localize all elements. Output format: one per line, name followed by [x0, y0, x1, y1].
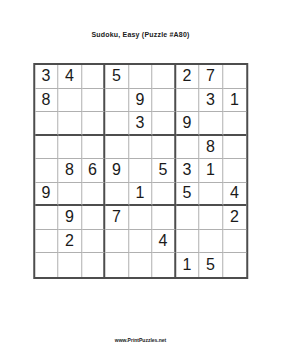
cell-r7c9[interactable]: 2 [223, 206, 247, 230]
cell-r3c5[interactable]: 3 [129, 112, 153, 136]
cell-r4c4[interactable] [105, 136, 129, 160]
cell-r2c7[interactable] [176, 89, 200, 113]
cell-r9c8[interactable]: 5 [199, 253, 223, 277]
cell-r1c9[interactable] [223, 65, 247, 89]
cell-r9c4[interactable] [105, 253, 129, 277]
cell-r3c3[interactable] [82, 112, 106, 136]
sudoku-board: 34527893139886953191549722415 [33, 63, 249, 279]
cell-r5c4[interactable]: 9 [105, 159, 129, 183]
cell-r5c3[interactable]: 6 [82, 159, 106, 183]
cell-r6c5[interactable]: 1 [129, 183, 153, 207]
cell-r7c4[interactable]: 7 [105, 206, 129, 230]
cell-r6c6[interactable] [152, 183, 176, 207]
cell-r8c8[interactable] [199, 230, 223, 254]
cell-r3c1[interactable] [35, 112, 59, 136]
cell-r4c5[interactable] [129, 136, 153, 160]
cell-r5c2[interactable]: 8 [58, 159, 82, 183]
cell-r1c5[interactable] [129, 65, 153, 89]
cell-r7c2[interactable]: 9 [58, 206, 82, 230]
cell-r7c8[interactable] [199, 206, 223, 230]
cell-r5c8[interactable]: 1 [199, 159, 223, 183]
cell-r3c7[interactable]: 9 [176, 112, 200, 136]
cell-r3c2[interactable] [58, 112, 82, 136]
cell-r2c3[interactable] [82, 89, 106, 113]
cell-r1c2[interactable]: 4 [58, 65, 82, 89]
cell-r1c8[interactable]: 7 [199, 65, 223, 89]
cell-r6c1[interactable]: 9 [35, 183, 59, 207]
cell-r2c5[interactable]: 9 [129, 89, 153, 113]
cell-r5c5[interactable] [129, 159, 153, 183]
cell-r7c1[interactable] [35, 206, 59, 230]
cell-r6c3[interactable] [82, 183, 106, 207]
sudoku-page: Sudoku, Easy (Puzzle #A80) 3452789313988… [0, 0, 281, 363]
cell-r3c8[interactable] [199, 112, 223, 136]
cell-r3c6[interactable] [152, 112, 176, 136]
cell-r9c6[interactable] [152, 253, 176, 277]
cell-r4c1[interactable] [35, 136, 59, 160]
cell-r1c3[interactable] [82, 65, 106, 89]
cell-r9c1[interactable] [35, 253, 59, 277]
cell-r6c7[interactable]: 5 [176, 183, 200, 207]
cell-r9c9[interactable] [223, 253, 247, 277]
cell-r4c6[interactable] [152, 136, 176, 160]
cell-r9c3[interactable] [82, 253, 106, 277]
cell-r7c6[interactable] [152, 206, 176, 230]
cell-r7c7[interactable] [176, 206, 200, 230]
cell-r8c2[interactable]: 2 [58, 230, 82, 254]
cell-r6c4[interactable] [105, 183, 129, 207]
cell-r2c2[interactable] [58, 89, 82, 113]
cell-r4c2[interactable] [58, 136, 82, 160]
cell-r1c1[interactable]: 3 [35, 65, 59, 89]
cell-r2c4[interactable] [105, 89, 129, 113]
cell-r3c9[interactable] [223, 112, 247, 136]
cell-r5c9[interactable] [223, 159, 247, 183]
cell-r8c3[interactable] [82, 230, 106, 254]
footer-url: www.PrintPuzzles.net [0, 337, 281, 343]
cell-r2c8[interactable]: 3 [199, 89, 223, 113]
cell-r8c9[interactable] [223, 230, 247, 254]
cell-r6c8[interactable] [199, 183, 223, 207]
cell-r8c6[interactable]: 4 [152, 230, 176, 254]
cell-r9c5[interactable] [129, 253, 153, 277]
cell-r5c7[interactable]: 3 [176, 159, 200, 183]
cell-r6c2[interactable] [58, 183, 82, 207]
cell-r8c1[interactable] [35, 230, 59, 254]
cell-r8c4[interactable] [105, 230, 129, 254]
cell-r7c3[interactable] [82, 206, 106, 230]
cell-r1c4[interactable]: 5 [105, 65, 129, 89]
cell-r4c7[interactable] [176, 136, 200, 160]
cell-r6c9[interactable]: 4 [223, 183, 247, 207]
cell-r2c9[interactable]: 1 [223, 89, 247, 113]
cell-r5c1[interactable] [35, 159, 59, 183]
cell-r1c7[interactable]: 2 [176, 65, 200, 89]
cell-r9c2[interactable] [58, 253, 82, 277]
cell-r2c1[interactable]: 8 [35, 89, 59, 113]
cell-r4c9[interactable] [223, 136, 247, 160]
cell-r4c3[interactable] [82, 136, 106, 160]
cell-r3c4[interactable] [105, 112, 129, 136]
cell-r7c5[interactable] [129, 206, 153, 230]
cell-r8c7[interactable] [176, 230, 200, 254]
cell-r5c6[interactable]: 5 [152, 159, 176, 183]
puzzle-title: Sudoku, Easy (Puzzle #A80) [0, 31, 281, 38]
cell-r1c6[interactable] [152, 65, 176, 89]
cell-r8c5[interactable] [129, 230, 153, 254]
cell-r9c7[interactable]: 1 [176, 253, 200, 277]
cell-r2c6[interactable] [152, 89, 176, 113]
cell-r4c8[interactable]: 8 [199, 136, 223, 160]
